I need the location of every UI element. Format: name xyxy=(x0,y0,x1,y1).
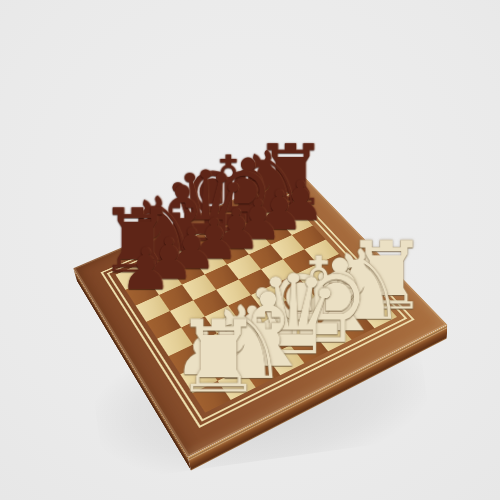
board-frame xyxy=(73,171,447,457)
board-inlay-outer-line xyxy=(101,189,415,428)
product-photo: ♜♞♝♛♚♝♞♜♟♟♟♟♟♟♟♟♟♟♟♟♟♟♟♟♜♞♝♛♚♝♞♜ xyxy=(0,0,500,500)
chess-board: ♜♞♝♛♚♝♞♜♟♟♟♟♟♟♟♟♟♟♟♟♟♟♟♟♜♞♝♛♚♝♞♜ xyxy=(73,171,447,457)
photo-scene: ♜♞♝♛♚♝♞♜♟♟♟♟♟♟♟♟♟♟♟♟♟♟♟♟♜♞♝♛♚♝♞♜ xyxy=(0,0,500,500)
board-inlay-inner-line xyxy=(107,193,408,421)
